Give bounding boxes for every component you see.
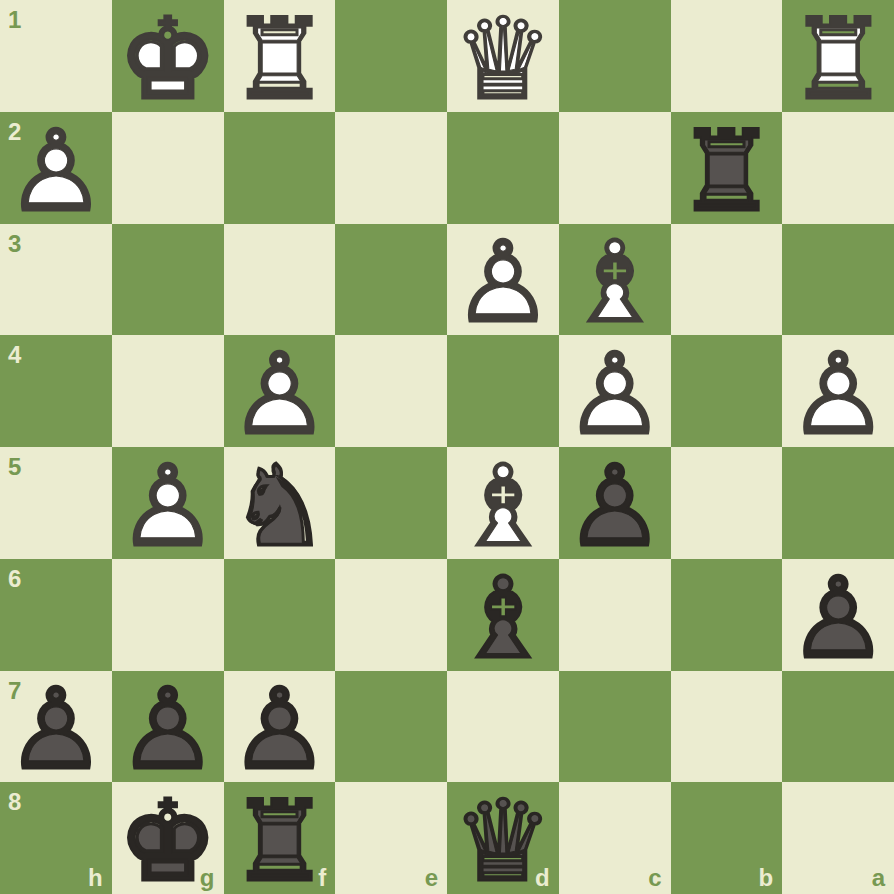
- square-g2[interactable]: [112, 112, 224, 224]
- rank-label-5: 5: [8, 455, 21, 479]
- square-h2[interactable]: ♟♙2: [0, 112, 112, 224]
- square-e1[interactable]: [335, 0, 447, 112]
- white-rook-piece[interactable]: ♜♖: [224, 0, 336, 112]
- square-f2[interactable]: [224, 112, 336, 224]
- square-d2[interactable]: [447, 112, 559, 224]
- square-h3[interactable]: 3: [0, 224, 112, 336]
- piece-outline-glyph: ♗: [447, 450, 559, 562]
- chess-board: 1♚♔♜♖♛♕♜♖♟♙2♜♖3♟♙♝♗4♟♙♟♙♟♙5♟♙♞♘♝♗♟♙6♝♗♟♙…: [0, 0, 894, 894]
- piece-fill-glyph: ♟: [224, 338, 336, 450]
- square-a6[interactable]: ♟♙: [782, 559, 894, 671]
- white-pawn-piece[interactable]: ♟♙: [447, 224, 559, 336]
- piece-outline-glyph: ♘: [224, 450, 336, 562]
- square-c2[interactable]: [559, 112, 671, 224]
- rank-label-4: 4: [8, 343, 21, 367]
- square-b5[interactable]: [671, 447, 783, 559]
- white-bishop-piece[interactable]: ♝♗: [559, 224, 671, 336]
- square-h4[interactable]: 4: [0, 335, 112, 447]
- square-f5[interactable]: ♞♘: [224, 447, 336, 559]
- file-label-d: d: [535, 866, 550, 890]
- square-a4[interactable]: ♟♙: [782, 335, 894, 447]
- square-e5[interactable]: [335, 447, 447, 559]
- piece-fill-glyph: ♛: [447, 3, 559, 115]
- square-e3[interactable]: [335, 224, 447, 336]
- square-a8[interactable]: a: [782, 782, 894, 894]
- square-c6[interactable]: [559, 559, 671, 671]
- piece-fill-glyph: ♟: [447, 227, 559, 339]
- square-c4[interactable]: ♟♙: [559, 335, 671, 447]
- square-f8[interactable]: ♜♖f: [224, 782, 336, 894]
- square-b1[interactable]: [671, 0, 783, 112]
- file-label-e: e: [425, 866, 438, 890]
- square-c1[interactable]: [559, 0, 671, 112]
- square-b4[interactable]: [671, 335, 783, 447]
- square-g5[interactable]: ♟♙: [112, 447, 224, 559]
- piece-fill-glyph: ♟: [782, 562, 894, 674]
- square-a7[interactable]: [782, 671, 894, 783]
- piece-outline-glyph: ♙: [447, 227, 559, 339]
- square-d8[interactable]: ♛♕d: [447, 782, 559, 894]
- square-f4[interactable]: ♟♙: [224, 335, 336, 447]
- rank-label-6: 6: [8, 567, 21, 591]
- piece-outline-glyph: ♙: [224, 674, 336, 786]
- square-d5[interactable]: ♝♗: [447, 447, 559, 559]
- piece-fill-glyph: ♟: [559, 338, 671, 450]
- square-b8[interactable]: b: [671, 782, 783, 894]
- white-bishop-piece[interactable]: ♝♗: [447, 447, 559, 559]
- piece-outline-glyph: ♗: [559, 227, 671, 339]
- square-g6[interactable]: [112, 559, 224, 671]
- piece-outline-glyph: ♖: [671, 115, 783, 227]
- piece-outline-glyph: ♙: [112, 674, 224, 786]
- square-g7[interactable]: ♟♙: [112, 671, 224, 783]
- square-a2[interactable]: [782, 112, 894, 224]
- piece-fill-glyph: ♜: [224, 3, 336, 115]
- square-e7[interactable]: [335, 671, 447, 783]
- piece-outline-glyph: ♕: [447, 3, 559, 115]
- square-f7[interactable]: ♟♙: [224, 671, 336, 783]
- square-c3[interactable]: ♝♗: [559, 224, 671, 336]
- square-d4[interactable]: [447, 335, 559, 447]
- piece-outline-glyph: ♗: [447, 562, 559, 674]
- piece-fill-glyph: ♟: [559, 450, 671, 562]
- piece-fill-glyph: ♟: [782, 338, 894, 450]
- white-king-piece[interactable]: ♚♔: [112, 0, 224, 112]
- piece-fill-glyph: ♝: [447, 450, 559, 562]
- square-a5[interactable]: [782, 447, 894, 559]
- black-rook-piece[interactable]: ♜♖: [671, 112, 783, 224]
- file-label-c: c: [648, 866, 661, 890]
- square-a1[interactable]: ♜♖: [782, 0, 894, 112]
- square-g3[interactable]: [112, 224, 224, 336]
- rank-label-2: 2: [8, 120, 21, 144]
- piece-outline-glyph: ♙: [782, 562, 894, 674]
- square-e2[interactable]: [335, 112, 447, 224]
- white-queen-piece[interactable]: ♛♕: [447, 0, 559, 112]
- square-c8[interactable]: c: [559, 782, 671, 894]
- white-pawn-piece[interactable]: ♟♙: [112, 447, 224, 559]
- piece-outline-glyph: ♙: [112, 450, 224, 562]
- piece-outline-glyph: ♙: [559, 450, 671, 562]
- square-c7[interactable]: [559, 671, 671, 783]
- white-pawn-piece[interactable]: ♟♙: [559, 335, 671, 447]
- rank-label-3: 3: [8, 232, 21, 256]
- square-g4[interactable]: [112, 335, 224, 447]
- rank-label-8: 8: [8, 790, 21, 814]
- piece-outline-glyph: ♙: [224, 338, 336, 450]
- square-f6[interactable]: [224, 559, 336, 671]
- file-label-b: b: [759, 866, 774, 890]
- square-h6[interactable]: 6: [0, 559, 112, 671]
- black-pawn-piece[interactable]: ♟♙: [782, 559, 894, 671]
- square-h1[interactable]: 1: [0, 0, 112, 112]
- piece-outline-glyph: ♖: [782, 3, 894, 115]
- black-pawn-piece[interactable]: ♟♙: [559, 447, 671, 559]
- piece-fill-glyph: ♝: [447, 562, 559, 674]
- piece-fill-glyph: ♜: [782, 3, 894, 115]
- square-d1[interactable]: ♛♕: [447, 0, 559, 112]
- white-rook-piece[interactable]: ♜♖: [782, 0, 894, 112]
- piece-outline-glyph: ♔: [112, 3, 224, 115]
- piece-outline-glyph: ♙: [559, 338, 671, 450]
- piece-fill-glyph: ♞: [224, 450, 336, 562]
- piece-fill-glyph: ♚: [112, 3, 224, 115]
- square-f3[interactable]: [224, 224, 336, 336]
- piece-fill-glyph: ♝: [559, 227, 671, 339]
- square-e8[interactable]: e: [335, 782, 447, 894]
- rank-label-7: 7: [8, 679, 21, 703]
- black-knight-piece[interactable]: ♞♘: [224, 447, 336, 559]
- file-label-f: f: [318, 866, 326, 890]
- square-d7[interactable]: [447, 671, 559, 783]
- piece-fill-glyph: ♟: [224, 674, 336, 786]
- square-e4[interactable]: [335, 335, 447, 447]
- square-c5[interactable]: ♟♙: [559, 447, 671, 559]
- square-b7[interactable]: [671, 671, 783, 783]
- square-h5[interactable]: 5: [0, 447, 112, 559]
- piece-outline-glyph: ♖: [224, 3, 336, 115]
- square-e6[interactable]: [335, 559, 447, 671]
- square-f1[interactable]: ♜♖: [224, 0, 336, 112]
- square-b2[interactable]: ♜♖: [671, 112, 783, 224]
- square-h7[interactable]: ♟♙7: [0, 671, 112, 783]
- square-b3[interactable]: [671, 224, 783, 336]
- file-label-h: h: [88, 866, 103, 890]
- square-d6[interactable]: ♝♗: [447, 559, 559, 671]
- square-h8[interactable]: 8h: [0, 782, 112, 894]
- file-label-g: g: [200, 866, 215, 890]
- white-pawn-piece[interactable]: ♟♙: [224, 335, 336, 447]
- square-d3[interactable]: ♟♙: [447, 224, 559, 336]
- black-pawn-piece[interactable]: ♟♙: [224, 671, 336, 783]
- square-g1[interactable]: ♚♔: [112, 0, 224, 112]
- black-pawn-piece[interactable]: ♟♙: [112, 671, 224, 783]
- square-g8[interactable]: ♚♔g: [112, 782, 224, 894]
- square-a3[interactable]: [782, 224, 894, 336]
- square-b6[interactable]: [671, 559, 783, 671]
- file-label-a: a: [872, 866, 885, 890]
- white-pawn-piece[interactable]: ♟♙: [782, 335, 894, 447]
- rank-label-1: 1: [8, 8, 21, 32]
- black-bishop-piece[interactable]: ♝♗: [447, 559, 559, 671]
- piece-outline-glyph: ♙: [782, 338, 894, 450]
- piece-fill-glyph: ♟: [112, 450, 224, 562]
- piece-fill-glyph: ♜: [671, 115, 783, 227]
- piece-fill-glyph: ♟: [112, 674, 224, 786]
